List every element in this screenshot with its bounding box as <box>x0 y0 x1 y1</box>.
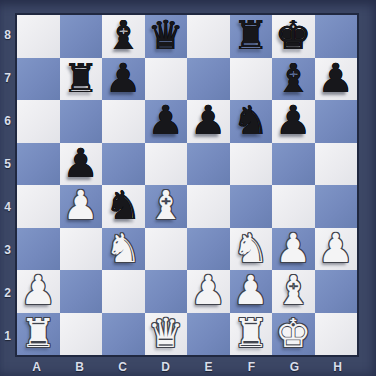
square-e4[interactable] <box>187 185 230 228</box>
piece-black-pawn[interactable]: ♟ <box>63 143 99 183</box>
square-b2[interactable] <box>60 270 103 313</box>
piece-black-rook[interactable]: ♜ <box>63 58 99 98</box>
piece-black-knight[interactable]: ♞ <box>105 185 141 225</box>
file-label-e: E <box>187 357 230 376</box>
square-a1[interactable]: ♜ <box>17 313 60 356</box>
piece-black-bishop[interactable]: ♝ <box>275 58 311 98</box>
square-b5[interactable]: ♟ <box>60 143 103 186</box>
piece-black-bishop[interactable]: ♝ <box>105 15 141 55</box>
file-label-b: B <box>58 357 101 376</box>
piece-white-knight[interactable]: ♞ <box>233 228 269 268</box>
rank-label-7: 7 <box>0 56 15 99</box>
piece-white-pawn[interactable]: ♟ <box>233 270 269 310</box>
square-f5[interactable] <box>230 143 273 186</box>
square-b8[interactable] <box>60 15 103 58</box>
square-e6[interactable]: ♟ <box>187 100 230 143</box>
piece-black-queen[interactable]: ♛ <box>148 15 184 55</box>
square-g1[interactable]: ♚ <box>272 313 315 356</box>
piece-black-king[interactable]: ♚ <box>275 15 311 55</box>
file-label-c: C <box>101 357 144 376</box>
piece-black-pawn[interactable]: ♟ <box>318 58 354 98</box>
square-f8[interactable]: ♜ <box>230 15 273 58</box>
square-e3[interactable] <box>187 228 230 271</box>
square-d4[interactable]: ♝ <box>145 185 188 228</box>
file-label-g: G <box>273 357 316 376</box>
square-h3[interactable]: ♟ <box>315 228 358 271</box>
piece-white-bishop[interactable]: ♝ <box>148 185 184 225</box>
square-g2[interactable]: ♝ <box>272 270 315 313</box>
square-h1[interactable] <box>315 313 358 356</box>
file-label-d: D <box>144 357 187 376</box>
square-g7[interactable]: ♝ <box>272 58 315 101</box>
rank-label-4: 4 <box>0 185 15 228</box>
square-c2[interactable] <box>102 270 145 313</box>
square-h8[interactable] <box>315 15 358 58</box>
square-c6[interactable] <box>102 100 145 143</box>
piece-black-rook[interactable]: ♜ <box>233 15 269 55</box>
square-f1[interactable]: ♜ <box>230 313 273 356</box>
square-g4[interactable] <box>272 185 315 228</box>
square-c8[interactable]: ♝ <box>102 15 145 58</box>
file-label-f: F <box>230 357 273 376</box>
square-a2[interactable]: ♟ <box>17 270 60 313</box>
file-label-a: A <box>15 357 58 376</box>
square-g5[interactable] <box>272 143 315 186</box>
square-a6[interactable] <box>17 100 60 143</box>
chess-board: ♝♛♜♚♜♟♝♟♟♟♞♟♟♟♞♝♞♞♟♟♟♟♟♝♜♛♜♚ <box>15 13 359 357</box>
file-label-h: H <box>316 357 359 376</box>
square-e2[interactable]: ♟ <box>187 270 230 313</box>
square-h6[interactable] <box>315 100 358 143</box>
square-h5[interactable] <box>315 143 358 186</box>
square-h2[interactable] <box>315 270 358 313</box>
piece-white-rook[interactable]: ♜ <box>20 313 56 353</box>
piece-black-knight[interactable]: ♞ <box>233 100 269 140</box>
square-d5[interactable] <box>145 143 188 186</box>
square-g8[interactable]: ♚ <box>272 15 315 58</box>
rank-label-5: 5 <box>0 142 15 185</box>
square-c7[interactable]: ♟ <box>102 58 145 101</box>
square-c3[interactable]: ♞ <box>102 228 145 271</box>
square-d7[interactable] <box>145 58 188 101</box>
rank-label-8: 8 <box>0 13 15 56</box>
piece-white-queen[interactable]: ♛ <box>148 313 184 353</box>
piece-black-pawn[interactable]: ♟ <box>190 100 226 140</box>
square-a8[interactable] <box>17 15 60 58</box>
square-g3[interactable]: ♟ <box>272 228 315 271</box>
square-e1[interactable] <box>187 313 230 356</box>
square-b4[interactable]: ♟ <box>60 185 103 228</box>
square-f7[interactable] <box>230 58 273 101</box>
piece-white-knight[interactable]: ♞ <box>105 228 141 268</box>
square-g6[interactable]: ♟ <box>272 100 315 143</box>
square-a3[interactable] <box>17 228 60 271</box>
square-d1[interactable]: ♛ <box>145 313 188 356</box>
rank-label-3: 3 <box>0 228 15 271</box>
rank-label-6: 6 <box>0 99 15 142</box>
square-f3[interactable]: ♞ <box>230 228 273 271</box>
square-d2[interactable] <box>145 270 188 313</box>
square-d8[interactable]: ♛ <box>145 15 188 58</box>
square-a4[interactable] <box>17 185 60 228</box>
piece-white-king[interactable]: ♚ <box>275 313 311 353</box>
piece-white-pawn[interactable]: ♟ <box>20 270 56 310</box>
square-h7[interactable]: ♟ <box>315 58 358 101</box>
piece-black-pawn[interactable]: ♟ <box>148 100 184 140</box>
piece-white-bishop[interactable]: ♝ <box>275 270 311 310</box>
square-c1[interactable] <box>102 313 145 356</box>
square-e5[interactable] <box>187 143 230 186</box>
piece-white-pawn[interactable]: ♟ <box>275 228 311 268</box>
square-a7[interactable] <box>17 58 60 101</box>
square-f2[interactable]: ♟ <box>230 270 273 313</box>
square-d3[interactable] <box>145 228 188 271</box>
square-c4[interactable]: ♞ <box>102 185 145 228</box>
chess-board-panel: 87654321 ♝♛♜♚♜♟♝♟♟♟♞♟♟♟♞♝♞♞♟♟♟♟♟♝♜♛♜♚ AB… <box>0 0 376 376</box>
piece-white-pawn[interactable]: ♟ <box>190 270 226 310</box>
piece-black-pawn[interactable]: ♟ <box>275 100 311 140</box>
square-h4[interactable] <box>315 185 358 228</box>
rank-label-2: 2 <box>0 271 15 314</box>
square-b1[interactable] <box>60 313 103 356</box>
rank-labels: 87654321 <box>0 13 15 357</box>
file-labels: ABCDEFGH <box>15 357 359 376</box>
square-b6[interactable] <box>60 100 103 143</box>
square-e8[interactable] <box>187 15 230 58</box>
square-d6[interactable]: ♟ <box>145 100 188 143</box>
rank-label-1: 1 <box>0 314 15 357</box>
piece-white-rook[interactable]: ♜ <box>233 313 269 353</box>
square-a5[interactable] <box>17 143 60 186</box>
square-c5[interactable] <box>102 143 145 186</box>
piece-white-pawn[interactable]: ♟ <box>318 228 354 268</box>
piece-black-pawn[interactable]: ♟ <box>105 58 141 98</box>
square-f4[interactable] <box>230 185 273 228</box>
square-b7[interactable]: ♜ <box>60 58 103 101</box>
piece-white-pawn[interactable]: ♟ <box>63 185 99 225</box>
square-b3[interactable] <box>60 228 103 271</box>
square-f6[interactable]: ♞ <box>230 100 273 143</box>
square-e7[interactable] <box>187 58 230 101</box>
